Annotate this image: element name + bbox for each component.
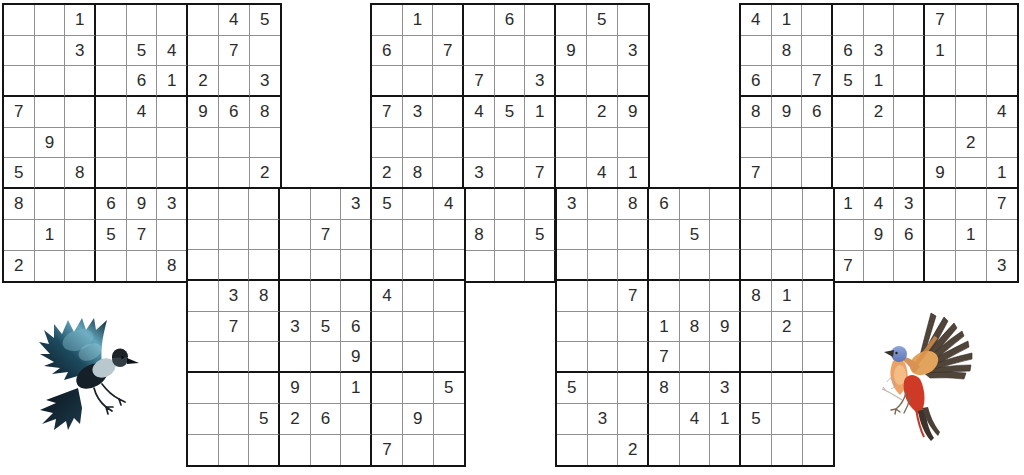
- cell-bottom_left-r6c4[interactable]: [280, 342, 311, 373]
- cell-bottom_right-r8c3[interactable]: [618, 404, 649, 435]
- cell-top_right-r5c5[interactable]: [864, 128, 895, 159]
- cell-bottom_right-r9c5[interactable]: [680, 435, 711, 466]
- cell-top_right-r6c1[interactable]: 7: [741, 158, 772, 189]
- cell-bottom_left-r6c3[interactable]: [249, 342, 280, 373]
- cell-bottom_left-r7c7[interactable]: [372, 373, 403, 404]
- cell-top_middle-r2c4[interactable]: [464, 36, 495, 67]
- cell-top_middle-r1c8[interactable]: 5: [587, 5, 618, 36]
- cell-top_left-r8c5[interactable]: 7: [127, 220, 158, 251]
- cell-top_middle-r2c1[interactable]: 6: [372, 36, 403, 67]
- cell-bottom_right-r6c8[interactable]: [772, 342, 803, 373]
- cell-top_middle-r5c5[interactable]: [495, 128, 526, 159]
- cell-top_right-r9c9[interactable]: 3: [987, 251, 1018, 282]
- cell-top_middle-r7c4[interactable]: [464, 189, 495, 220]
- cell-bottom_left-r4c1[interactable]: [188, 281, 219, 312]
- cell-top_middle-r6c6[interactable]: 7: [525, 158, 556, 189]
- cell-top_left-r5c3[interactable]: [65, 128, 96, 159]
- cell-bottom_left-r9c5[interactable]: [311, 435, 342, 466]
- cell-bottom_right-r2c2[interactable]: [588, 220, 619, 251]
- cell-top_middle-r8c4[interactable]: 8: [464, 220, 495, 251]
- cell-bottom_left-r5c7[interactable]: [372, 312, 403, 343]
- cell-top_right-r2c3[interactable]: [802, 36, 833, 67]
- cell-top_middle-r2c7[interactable]: 9: [556, 36, 587, 67]
- cell-bottom_left-r3c6[interactable]: [341, 250, 372, 281]
- cell-top_left-r8c4[interactable]: 5: [96, 220, 127, 251]
- cell-bottom_left-r5c1[interactable]: [188, 312, 219, 343]
- cell-top_left-r5c4[interactable]: [96, 128, 127, 159]
- cell-bottom_left-r6c9[interactable]: [434, 342, 465, 373]
- cell-bottom_right-r5c4[interactable]: 1: [649, 312, 680, 343]
- cell-top_middle-r4c4[interactable]: 4: [464, 97, 495, 128]
- cell-bottom_right-r2c9[interactable]: [803, 220, 834, 251]
- cell-top_right-r4c6[interactable]: [894, 97, 925, 128]
- cell-top_left-r1c8[interactable]: 4: [219, 5, 250, 36]
- cell-top_middle-r1c4[interactable]: [464, 5, 495, 36]
- cell-bottom_left-r3c5[interactable]: [311, 250, 342, 281]
- cell-bottom_right-r9c6[interactable]: [710, 435, 741, 466]
- cell-top_right-r1c2[interactable]: 1: [772, 5, 803, 36]
- cell-bottom_right-r4c1[interactable]: [557, 281, 588, 312]
- cell-top_left-r7c2[interactable]: [35, 189, 66, 220]
- cell-top_middle-r2c8[interactable]: [587, 36, 618, 67]
- cell-bottom_left-r4c4[interactable]: [280, 281, 311, 312]
- cell-top_left-r2c1[interactable]: [4, 36, 35, 67]
- cell-top_right-r5c3[interactable]: [802, 128, 833, 159]
- cell-top_left-r3c1[interactable]: [4, 66, 35, 97]
- cell-top_left-r2c8[interactable]: 7: [219, 36, 250, 67]
- cell-bottom_left-r8c9[interactable]: [434, 404, 465, 435]
- cell-top_middle-r1c9[interactable]: [618, 5, 649, 36]
- cell-top_right-r6c8[interactable]: [956, 158, 987, 189]
- cell-bottom_right-r7c2[interactable]: [588, 373, 619, 404]
- cell-top_middle-r2c6[interactable]: [525, 36, 556, 67]
- cell-top_left-r7c3[interactable]: [65, 189, 96, 220]
- cell-bottom_right-r2c4[interactable]: [649, 220, 680, 251]
- cell-bottom_right-r5c9[interactable]: [803, 312, 834, 343]
- cell-bottom_left-r6c5[interactable]: [311, 342, 342, 373]
- cell-bottom_right-r5c3[interactable]: [618, 312, 649, 343]
- cell-top_right-r8c5[interactable]: 9: [864, 220, 895, 251]
- cell-bottom_right-r8c6[interactable]: 1: [710, 404, 741, 435]
- cell-bottom_right-r8c7[interactable]: 5: [741, 404, 772, 435]
- cell-top_left-r2c3[interactable]: 3: [65, 36, 96, 67]
- cell-top_right-r3c5[interactable]: 1: [864, 66, 895, 97]
- cell-top_left-r3c2[interactable]: [35, 66, 66, 97]
- cell-top_left-r2c2[interactable]: [35, 36, 66, 67]
- cell-top_left-r7c5[interactable]: 9: [127, 189, 158, 220]
- cell-bottom_right-r5c7[interactable]: [741, 312, 772, 343]
- cell-top_left-r4c9[interactable]: 8: [250, 97, 281, 128]
- cell-bottom_right-r1c2[interactable]: [588, 189, 619, 220]
- cell-top_right-r1c1[interactable]: 4: [741, 5, 772, 36]
- cell-top_left-r3c4[interactable]: [96, 66, 127, 97]
- cell-bottom_right-r1c8[interactable]: [772, 189, 803, 220]
- cell-bottom_right-r7c6[interactable]: 3: [710, 373, 741, 404]
- cell-bottom_left-r5c9[interactable]: [434, 312, 465, 343]
- cell-top_middle-r3c6[interactable]: 3: [525, 66, 556, 97]
- cell-bottom_right-r1c1[interactable]: 3: [557, 189, 588, 220]
- cell-top_middle-r4c8[interactable]: 2: [587, 97, 618, 128]
- cell-bottom_left-r2c8[interactable]: [403, 220, 434, 251]
- cell-top_middle-r3c4[interactable]: 7: [464, 66, 495, 97]
- cell-top_right-r4c1[interactable]: 8: [741, 97, 772, 128]
- cell-bottom_right-r5c8[interactable]: 2: [772, 312, 803, 343]
- cell-bottom_left-r1c9[interactable]: 4: [434, 189, 465, 220]
- cell-bottom_left-r3c9[interactable]: [434, 250, 465, 281]
- cell-top_right-r2c1[interactable]: [741, 36, 772, 67]
- cell-bottom_left-r8c2[interactable]: [219, 404, 250, 435]
- cell-top_middle-r5c9[interactable]: [618, 128, 649, 159]
- cell-top_right-r4c8[interactable]: [956, 97, 987, 128]
- cell-bottom_left-r6c8[interactable]: [403, 342, 434, 373]
- cell-top_right-r8c7[interactable]: [925, 220, 956, 251]
- cell-bottom_right-r2c7[interactable]: [741, 220, 772, 251]
- cell-top_right-r2c4[interactable]: 6: [833, 36, 864, 67]
- cell-top_left-r4c4[interactable]: [96, 97, 127, 128]
- cell-bottom_left-r1c5[interactable]: [311, 189, 342, 220]
- cell-top_left-r9c1[interactable]: 2: [4, 251, 35, 282]
- cell-top_left-r6c7[interactable]: [188, 158, 219, 189]
- cell-top_left-r2c9[interactable]: [250, 36, 281, 67]
- cell-bottom_left-r5c5[interactable]: 5: [311, 312, 342, 343]
- cell-top_middle-r4c3[interactable]: [433, 97, 464, 128]
- cell-bottom_left-r7c2[interactable]: [219, 373, 250, 404]
- cell-bottom_left-r7c1[interactable]: [188, 373, 219, 404]
- cell-bottom_right-r8c4[interactable]: [649, 404, 680, 435]
- cell-bottom_right-r7c1[interactable]: 5: [557, 373, 588, 404]
- cell-top_left-r3c8[interactable]: [219, 66, 250, 97]
- cell-top_middle-r4c6[interactable]: 1: [525, 97, 556, 128]
- cell-bottom_right-r8c1[interactable]: [557, 404, 588, 435]
- cell-top_left-r4c2[interactable]: [35, 97, 66, 128]
- cell-top_left-r4c6[interactable]: [157, 97, 188, 128]
- cell-top_middle-r2c5[interactable]: [495, 36, 526, 67]
- cell-bottom_left-r5c2[interactable]: 7: [219, 312, 250, 343]
- cell-bottom_left-r3c8[interactable]: [403, 250, 434, 281]
- cell-bottom_right-r6c9[interactable]: [803, 342, 834, 373]
- cell-bottom_right-r6c1[interactable]: [557, 342, 588, 373]
- cell-top_right-r5c4[interactable]: [833, 128, 864, 159]
- cell-top_left-r1c3[interactable]: 1: [65, 5, 96, 36]
- cell-top_right-r3c6[interactable]: [894, 66, 925, 97]
- cell-top_right-r1c4[interactable]: [833, 5, 864, 36]
- cell-bottom_left-r4c6[interactable]: [341, 281, 372, 312]
- cell-top_middle-r6c4[interactable]: 3: [464, 158, 495, 189]
- cell-bottom_right-r3c3[interactable]: [618, 250, 649, 281]
- cell-top_right-r3c3[interactable]: 7: [802, 66, 833, 97]
- cell-top_left-r5c8[interactable]: [219, 128, 250, 159]
- cell-top_left-r7c1[interactable]: 8: [4, 189, 35, 220]
- cell-top_right-r1c9[interactable]: [987, 5, 1018, 36]
- cell-bottom_right-r4c9[interactable]: [803, 281, 834, 312]
- cell-top_left-r9c5[interactable]: [127, 251, 158, 282]
- cell-bottom_left-r8c7[interactable]: [372, 404, 403, 435]
- cell-top_left-r2c5[interactable]: 5: [127, 36, 158, 67]
- cell-top_middle-r3c5[interactable]: [495, 66, 526, 97]
- cell-top_middle-r5c1[interactable]: [372, 128, 403, 159]
- cell-bottom_left-r9c9[interactable]: [434, 435, 465, 466]
- cell-bottom_left-r9c3[interactable]: [249, 435, 280, 466]
- cell-top_middle-r5c3[interactable]: [433, 128, 464, 159]
- cell-top_right-r6c5[interactable]: [864, 158, 895, 189]
- cell-bottom_right-r7c7[interactable]: [741, 373, 772, 404]
- cell-bottom_left-r7c6[interactable]: 1: [341, 373, 372, 404]
- cell-top_middle-r3c9[interactable]: [618, 66, 649, 97]
- cell-top_left-r8c3[interactable]: [65, 220, 96, 251]
- cell-bottom_left-r5c6[interactable]: 6: [341, 312, 372, 343]
- cell-top_middle-r6c8[interactable]: 4: [587, 158, 618, 189]
- cell-bottom_right-r4c8[interactable]: 1: [772, 281, 803, 312]
- cell-top_left-r5c5[interactable]: [127, 128, 158, 159]
- cell-top_middle-r3c3[interactable]: [433, 66, 464, 97]
- cell-bottom_right-r2c5[interactable]: 5: [680, 220, 711, 251]
- cell-top_right-r6c2[interactable]: [772, 158, 803, 189]
- cell-bottom_right-r1c7[interactable]: [741, 189, 772, 220]
- cell-bottom_left-r7c5[interactable]: [311, 373, 342, 404]
- cell-top_right-r2c5[interactable]: 3: [864, 36, 895, 67]
- cell-bottom_left-r9c1[interactable]: [188, 435, 219, 466]
- cell-top_left-r7c6[interactable]: 3: [157, 189, 188, 220]
- cell-top_right-r4c9[interactable]: 4: [987, 97, 1018, 128]
- cell-bottom_left-r2c6[interactable]: [341, 220, 372, 251]
- cell-bottom_left-r2c3[interactable]: [249, 220, 280, 251]
- cell-top_left-r6c8[interactable]: [219, 158, 250, 189]
- cell-top_right-r1c5[interactable]: [864, 5, 895, 36]
- cell-top_middle-r8c6[interactable]: 5: [525, 220, 556, 251]
- cell-bottom_right-r4c5[interactable]: [680, 281, 711, 312]
- cell-bottom_right-r4c4[interactable]: [649, 281, 680, 312]
- cell-top_right-r8c9[interactable]: [987, 220, 1018, 251]
- cell-top_middle-r1c7[interactable]: [556, 5, 587, 36]
- cell-top_middle-r4c7[interactable]: [556, 97, 587, 128]
- cell-top_left-r5c2[interactable]: 9: [35, 128, 66, 159]
- cell-top_middle-r2c2[interactable]: [403, 36, 434, 67]
- cell-top_middle-r7c6[interactable]: [525, 189, 556, 220]
- cell-bottom_left-r1c8[interactable]: [403, 189, 434, 220]
- cell-top_left-r9c6[interactable]: 8: [157, 251, 188, 282]
- cell-bottom_left-r7c8[interactable]: [403, 373, 434, 404]
- cell-top_left-r4c7[interactable]: 9: [188, 97, 219, 128]
- cell-top_middle-r5c7[interactable]: [556, 128, 587, 159]
- cell-bottom_right-r1c5[interactable]: [680, 189, 711, 220]
- cell-bottom_left-r4c3[interactable]: 8: [249, 281, 280, 312]
- cell-top_right-r7c9[interactable]: 7: [987, 189, 1018, 220]
- cell-top_middle-r2c9[interactable]: 3: [618, 36, 649, 67]
- cell-bottom_right-r7c5[interactable]: [680, 373, 711, 404]
- cell-bottom_left-r8c5[interactable]: 6: [311, 404, 342, 435]
- cell-bottom_left-r6c2[interactable]: [219, 342, 250, 373]
- cell-top_left-r5c6[interactable]: [157, 128, 188, 159]
- cell-top_left-r4c8[interactable]: 6: [219, 97, 250, 128]
- cell-bottom_right-r4c2[interactable]: [588, 281, 619, 312]
- cell-top_right-r9c6[interactable]: [894, 251, 925, 282]
- cell-bottom_left-r2c9[interactable]: [434, 220, 465, 251]
- cell-bottom_right-r7c3[interactable]: [618, 373, 649, 404]
- cell-top_right-r7c7[interactable]: [925, 189, 956, 220]
- cell-top_middle-r1c3[interactable]: [433, 5, 464, 36]
- cell-bottom_right-r4c6[interactable]: [710, 281, 741, 312]
- cell-top_right-r3c7[interactable]: [925, 66, 956, 97]
- cell-top_left-r3c6[interactable]: 1: [157, 66, 188, 97]
- cell-bottom_left-r4c7[interactable]: 4: [372, 281, 403, 312]
- cell-bottom_left-r3c2[interactable]: [219, 250, 250, 281]
- cell-top_right-r3c1[interactable]: 6: [741, 66, 772, 97]
- cell-bottom_left-r2c5[interactable]: 7: [311, 220, 342, 251]
- cell-bottom_left-r8c8[interactable]: 9: [403, 404, 434, 435]
- cell-bottom_left-r3c1[interactable]: [188, 250, 219, 281]
- cell-bottom_right-r7c8[interactable]: [772, 373, 803, 404]
- cell-top_left-r5c1[interactable]: [4, 128, 35, 159]
- cell-top_right-r7c6[interactable]: 3: [894, 189, 925, 220]
- cell-top_right-r6c7[interactable]: 9: [925, 158, 956, 189]
- cell-top_right-r3c4[interactable]: 5: [833, 66, 864, 97]
- cell-bottom_left-r8c6[interactable]: [341, 404, 372, 435]
- cell-top_middle-r9c4[interactable]: [464, 251, 495, 282]
- cell-bottom_left-r2c1[interactable]: [188, 220, 219, 251]
- cell-bottom_right-r3c7[interactable]: [741, 250, 772, 281]
- cell-bottom_right-r1c6[interactable]: [710, 189, 741, 220]
- cell-top_right-r5c6[interactable]: [894, 128, 925, 159]
- cell-bottom_right-r2c1[interactable]: [557, 220, 588, 251]
- cell-top_middle-r5c8[interactable]: [587, 128, 618, 159]
- cell-bottom_right-r6c2[interactable]: [588, 342, 619, 373]
- cell-top_middle-r8c5[interactable]: [495, 220, 526, 251]
- cell-top_left-r4c5[interactable]: 4: [127, 97, 158, 128]
- cell-top_middle-r3c7[interactable]: [556, 66, 587, 97]
- cell-top_left-r1c4[interactable]: [96, 5, 127, 36]
- cell-top_right-r9c5[interactable]: [864, 251, 895, 282]
- cell-top_right-r1c6[interactable]: [894, 5, 925, 36]
- cell-top_middle-r5c2[interactable]: [403, 128, 434, 159]
- cell-bottom_left-r9c2[interactable]: [219, 435, 250, 466]
- cell-top_right-r2c8[interactable]: [956, 36, 987, 67]
- cell-top_left-r9c3[interactable]: [65, 251, 96, 282]
- cell-bottom_right-r3c8[interactable]: [772, 250, 803, 281]
- cell-top_left-r6c9[interactable]: 2: [250, 158, 281, 189]
- cell-top_right-r5c1[interactable]: [741, 128, 772, 159]
- cell-top_left-r9c2[interactable]: [35, 251, 66, 282]
- cell-top_left-r7c4[interactable]: 6: [96, 189, 127, 220]
- cell-bottom_left-r7c3[interactable]: [249, 373, 280, 404]
- cell-bottom_right-r8c9[interactable]: [803, 404, 834, 435]
- cell-bottom_left-r9c4[interactable]: [280, 435, 311, 466]
- cell-top_right-r2c9[interactable]: [987, 36, 1018, 67]
- cell-top_middle-r1c2[interactable]: 1: [403, 5, 434, 36]
- cell-bottom_left-r9c6[interactable]: [341, 435, 372, 466]
- cell-top_middle-r7c5[interactable]: [495, 189, 526, 220]
- cell-top_middle-r6c7[interactable]: [556, 158, 587, 189]
- cell-top_right-r3c2[interactable]: [772, 66, 803, 97]
- cell-bottom_right-r8c8[interactable]: [772, 404, 803, 435]
- cell-top_middle-r2c3[interactable]: 7: [433, 36, 464, 67]
- cell-bottom_left-r1c6[interactable]: 3: [341, 189, 372, 220]
- cell-bottom_left-r4c9[interactable]: [434, 281, 465, 312]
- cell-top_left-r1c7[interactable]: [188, 5, 219, 36]
- cell-top_left-r2c7[interactable]: [188, 36, 219, 67]
- cell-top_left-r4c3[interactable]: [65, 97, 96, 128]
- cell-top_left-r6c2[interactable]: [35, 158, 66, 189]
- cell-top_right-r9c4[interactable]: 7: [833, 251, 864, 282]
- cell-top_middle-r6c5[interactable]: [495, 158, 526, 189]
- cell-bottom_right-r9c2[interactable]: [588, 435, 619, 466]
- cell-top_left-r1c5[interactable]: [127, 5, 158, 36]
- cell-bottom_right-r9c4[interactable]: [649, 435, 680, 466]
- cell-bottom_left-r3c3[interactable]: [249, 250, 280, 281]
- cell-top_middle-r6c2[interactable]: 8: [403, 158, 434, 189]
- cell-bottom_right-r3c1[interactable]: [557, 250, 588, 281]
- cell-bottom_left-r4c8[interactable]: [403, 281, 434, 312]
- cell-top_left-r1c2[interactable]: [35, 5, 66, 36]
- cell-bottom_left-r9c7[interactable]: 7: [372, 435, 403, 466]
- cell-top_right-r1c7[interactable]: 7: [925, 5, 956, 36]
- cell-top_right-r5c2[interactable]: [772, 128, 803, 159]
- cell-bottom_right-r1c4[interactable]: 6: [649, 189, 680, 220]
- cell-bottom_left-r6c6[interactable]: 9: [341, 342, 372, 373]
- cell-bottom_right-r5c1[interactable]: [557, 312, 588, 343]
- cell-top_right-r5c9[interactable]: [987, 128, 1018, 159]
- cell-bottom_left-r8c4[interactable]: 2: [280, 404, 311, 435]
- cell-top_left-r6c6[interactable]: [157, 158, 188, 189]
- cell-top_left-r2c4[interactable]: [96, 36, 127, 67]
- cell-bottom_left-r3c4[interactable]: [280, 250, 311, 281]
- cell-top_right-r4c7[interactable]: [925, 97, 956, 128]
- cell-top_left-r1c9[interactable]: 5: [250, 5, 281, 36]
- cell-bottom_right-r4c7[interactable]: 8: [741, 281, 772, 312]
- cell-bottom_right-r6c4[interactable]: 7: [649, 342, 680, 373]
- cell-bottom_right-r5c5[interactable]: 8: [680, 312, 711, 343]
- cell-bottom_right-r9c9[interactable]: [803, 435, 834, 466]
- cell-top_left-r6c1[interactable]: 5: [4, 158, 35, 189]
- cell-top_middle-r5c4[interactable]: [464, 128, 495, 159]
- cell-top_middle-r4c1[interactable]: 7: [372, 97, 403, 128]
- cell-bottom_left-r2c4[interactable]: [280, 220, 311, 251]
- cell-top_left-r6c3[interactable]: 8: [65, 158, 96, 189]
- cell-bottom_left-r4c5[interactable]: [311, 281, 342, 312]
- cell-top_right-r2c2[interactable]: 8: [772, 36, 803, 67]
- cell-top_right-r4c2[interactable]: 9: [772, 97, 803, 128]
- cell-top_middle-r1c5[interactable]: 6: [495, 5, 526, 36]
- cell-bottom_right-r1c3[interactable]: 8: [618, 189, 649, 220]
- cell-bottom_right-r3c4[interactable]: [649, 250, 680, 281]
- cell-top_right-r2c7[interactable]: 1: [925, 36, 956, 67]
- cell-top_right-r8c8[interactable]: 1: [956, 220, 987, 251]
- cell-bottom_right-r7c4[interactable]: 8: [649, 373, 680, 404]
- cell-bottom_left-r6c1[interactable]: [188, 342, 219, 373]
- cell-bottom_left-r4c2[interactable]: 3: [219, 281, 250, 312]
- cell-top_left-r3c5[interactable]: 6: [127, 66, 158, 97]
- cell-bottom_right-r6c7[interactable]: [741, 342, 772, 373]
- cell-bottom_right-r9c1[interactable]: [557, 435, 588, 466]
- cell-bottom_left-r8c1[interactable]: [188, 404, 219, 435]
- cell-bottom_right-r6c6[interactable]: [710, 342, 741, 373]
- cell-top_middle-r9c5[interactable]: [495, 251, 526, 282]
- cell-bottom_left-r5c4[interactable]: 3: [280, 312, 311, 343]
- cell-bottom_left-r2c7[interactable]: [372, 220, 403, 251]
- cell-bottom_right-r8c2[interactable]: 3: [588, 404, 619, 435]
- cell-top_middle-r6c9[interactable]: 1: [618, 158, 649, 189]
- cell-bottom_left-r2c2[interactable]: [219, 220, 250, 251]
- cell-bottom_left-r1c2[interactable]: [219, 189, 250, 220]
- cell-top_middle-r4c5[interactable]: 5: [495, 97, 526, 128]
- cell-top_right-r7c4[interactable]: 1: [833, 189, 864, 220]
- cell-bottom_right-r1c9[interactable]: [803, 189, 834, 220]
- cell-top_right-r4c5[interactable]: 2: [864, 97, 895, 128]
- cell-bottom_right-r3c2[interactable]: [588, 250, 619, 281]
- cell-top_right-r4c3[interactable]: 6: [802, 97, 833, 128]
- cell-bottom_left-r1c1[interactable]: [188, 189, 219, 220]
- cell-top_right-r7c5[interactable]: 4: [864, 189, 895, 220]
- cell-bottom_left-r7c9[interactable]: 5: [434, 373, 465, 404]
